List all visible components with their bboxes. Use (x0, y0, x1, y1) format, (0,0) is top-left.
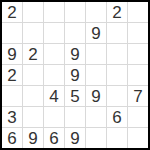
cell-r6c3[interactable] (44, 107, 64, 127)
cell-r5c7[interactable]: 7 (128, 86, 148, 106)
cell-r7c1[interactable]: 6 (2, 128, 22, 148)
cell-r1c5[interactable] (86, 2, 106, 22)
cell-r4c4[interactable]: 9 (65, 65, 85, 85)
cell-r1c2[interactable] (23, 2, 43, 22)
cell-r5c6[interactable] (107, 86, 127, 106)
cell-r6c5[interactable] (86, 107, 106, 127)
cell-r3c2[interactable]: 2 (23, 44, 43, 64)
cell-r3c3[interactable] (44, 44, 64, 64)
cell-r6c4[interactable] (65, 107, 85, 127)
cell-r3c4[interactable]: 9 (65, 44, 85, 64)
cell-r2c1[interactable] (2, 23, 22, 43)
cell-r5c4[interactable]: 5 (65, 86, 85, 106)
cell-r3c7[interactable] (128, 44, 148, 64)
cell-r3c5[interactable] (86, 44, 106, 64)
cell-r7c5[interactable] (86, 128, 106, 148)
cell-r4c2[interactable] (23, 65, 43, 85)
cell-r4c3[interactable] (44, 65, 64, 85)
cell-r6c7[interactable] (128, 107, 148, 127)
cell-r4c5[interactable] (86, 65, 106, 85)
cell-r7c6[interactable] (107, 128, 127, 148)
cell-r2c3[interactable] (44, 23, 64, 43)
cell-r2c7[interactable] (128, 23, 148, 43)
cell-r1c3[interactable] (44, 2, 64, 22)
cell-r4c7[interactable] (128, 65, 148, 85)
cell-r4c6[interactable] (107, 65, 127, 85)
cell-r2c4[interactable] (65, 23, 85, 43)
cell-r2c5[interactable]: 9 (86, 23, 106, 43)
sudoku-board: 229929294597366969 (0, 0, 150, 150)
cell-r3c6[interactable] (107, 44, 127, 64)
cell-r3c1[interactable]: 9 (2, 44, 22, 64)
cell-r6c2[interactable] (23, 107, 43, 127)
cell-r1c7[interactable] (128, 2, 148, 22)
cell-r5c2[interactable] (23, 86, 43, 106)
cell-r5c5[interactable]: 9 (86, 86, 106, 106)
cell-r4c1[interactable]: 2 (2, 65, 22, 85)
cell-r6c6[interactable]: 6 (107, 107, 127, 127)
cell-r5c1[interactable] (2, 86, 22, 106)
cell-r5c3[interactable]: 4 (44, 86, 64, 106)
cell-r1c1[interactable]: 2 (2, 2, 22, 22)
cell-r2c6[interactable] (107, 23, 127, 43)
cell-r1c4[interactable] (65, 2, 85, 22)
cell-r1c6[interactable]: 2 (107, 2, 127, 22)
cell-r2c2[interactable] (23, 23, 43, 43)
cell-r6c1[interactable]: 3 (2, 107, 22, 127)
cell-r7c4[interactable]: 9 (65, 128, 85, 148)
cell-r7c3[interactable]: 6 (44, 128, 64, 148)
cell-r7c2[interactable]: 9 (23, 128, 43, 148)
cell-r7c7[interactable] (128, 128, 148, 148)
